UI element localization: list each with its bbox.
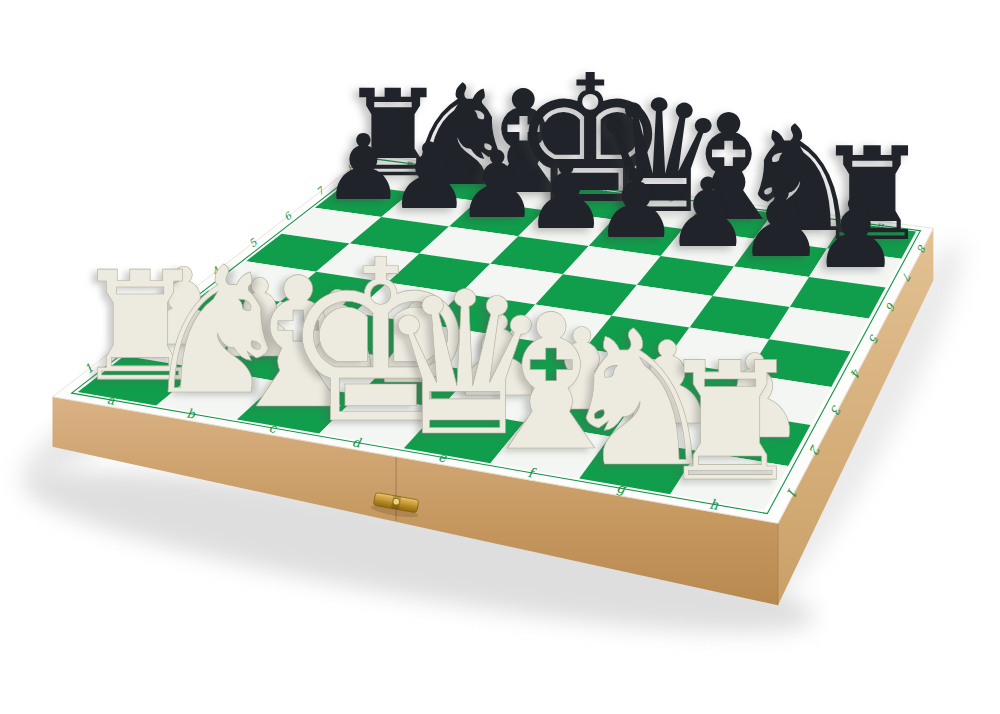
- chess-scene: aabbccddeeffgghh1122334455667788 ♜♞♝♚♛♝♞…: [0, 0, 1000, 714]
- white-rook-h1[interactable]: ♜: [656, 341, 803, 505]
- black-pawn-h7[interactable]: ♟: [812, 185, 899, 282]
